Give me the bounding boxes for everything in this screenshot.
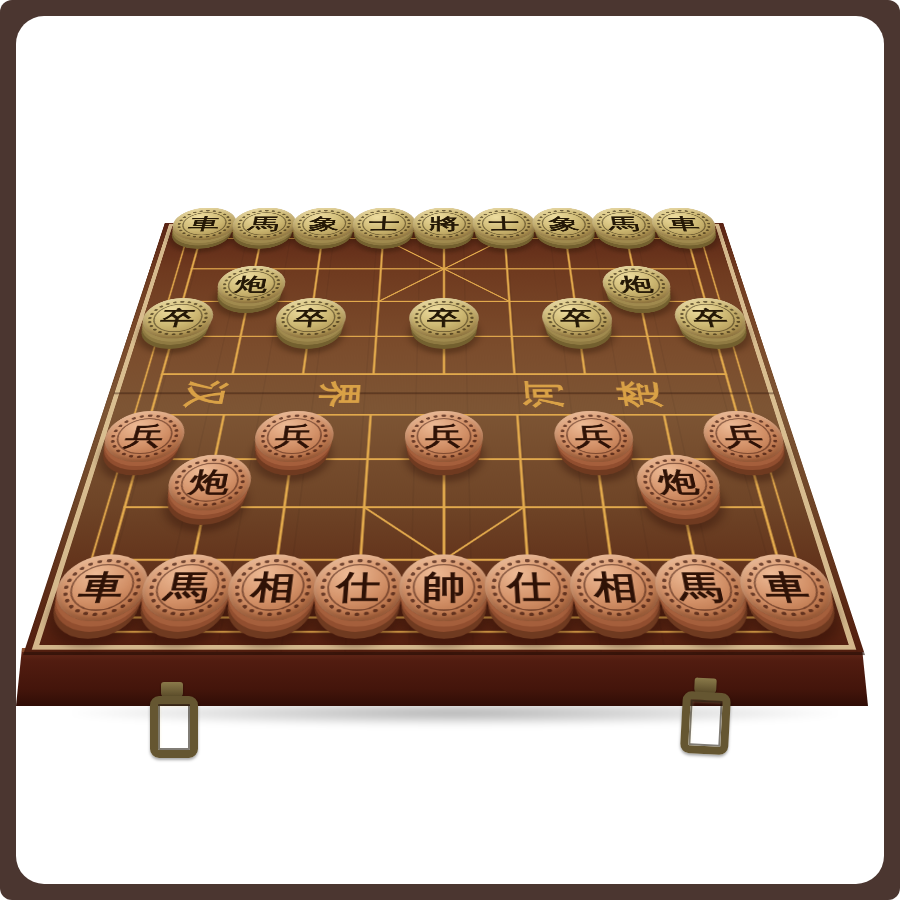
left-latch xyxy=(150,682,194,752)
piece-glyph: 車 xyxy=(76,571,129,604)
piece-glyph: 兵 xyxy=(122,423,167,448)
piece-glyph: 車 xyxy=(760,571,813,604)
piece-glyph: 炮 xyxy=(187,468,233,495)
piece-glyph: 炮 xyxy=(656,468,702,495)
piece-glyph: 兵 xyxy=(721,423,766,448)
piece-glyph: 士 xyxy=(368,216,400,232)
piece-glyph: 卒 xyxy=(292,308,329,328)
piece-glyph: 卒 xyxy=(158,308,198,328)
piece-glyph: 士 xyxy=(488,216,520,232)
right-latch xyxy=(680,677,728,749)
piece-glyph: 帥 xyxy=(422,571,466,604)
piece-glyph: 車 xyxy=(187,216,222,232)
piece-glyph: 仕 xyxy=(507,571,553,604)
piece-glyph: 卒 xyxy=(559,308,596,328)
river-text-chu: 楚 xyxy=(610,379,667,409)
piece-glyph: 炮 xyxy=(233,275,270,293)
piece-glyph: 相 xyxy=(249,571,297,604)
piece-glyph: 馬 xyxy=(247,216,281,232)
piece-glyph: 兵 xyxy=(425,423,464,448)
latch-loop xyxy=(150,696,198,758)
river-text-han: 汉 xyxy=(177,379,235,409)
board-box-front xyxy=(16,648,868,706)
piece-glyph: 馬 xyxy=(675,571,726,604)
piece-glyph: 馬 xyxy=(607,216,641,232)
xiangqi-board[interactable]: 汉 界 河 楚 車馬象士將士象馬車炮炮卒卒卒卒卒兵兵兵兵兵炮炮車馬相仕帥仕相馬車 xyxy=(24,223,864,652)
piece-glyph: 象 xyxy=(547,216,580,232)
river-text-he: 河 xyxy=(516,379,570,409)
piece-red-soldier[interactable]: 兵 xyxy=(404,411,484,462)
piece-glyph: 相 xyxy=(591,571,639,604)
piece-glyph: 車 xyxy=(666,216,701,232)
latch-loop xyxy=(680,691,731,755)
piece-glyph: 兵 xyxy=(273,423,315,448)
piece-glyph: 兵 xyxy=(573,423,615,448)
piece-glyph: 炮 xyxy=(618,275,655,293)
piece-glyph: 卒 xyxy=(690,308,730,328)
piece-black-general[interactable]: 將 xyxy=(412,208,476,241)
piece-glyph: 馬 xyxy=(162,571,213,604)
piece-glyph: 象 xyxy=(308,216,341,232)
piece-glyph: 卒 xyxy=(427,308,461,328)
piece-glyph: 將 xyxy=(429,216,460,232)
piece-glyph: 仕 xyxy=(335,571,381,604)
product-photo: 汉 界 河 楚 車馬象士將士象馬車炮炮卒卒卒卒卒兵兵兵兵兵炮炮車馬相仕帥仕相馬車 xyxy=(0,0,900,900)
river-text-jie: 界 xyxy=(313,379,367,409)
